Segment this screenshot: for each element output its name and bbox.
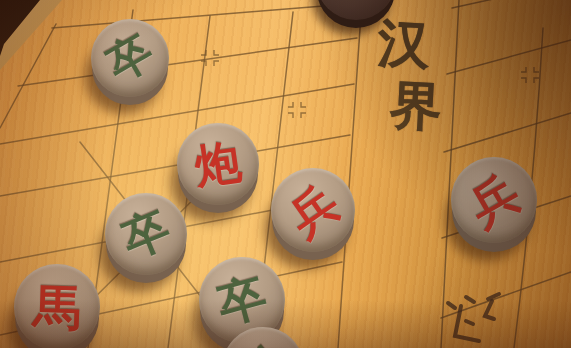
piece-character: 馬 (32, 282, 82, 332)
piece-face: 兵 (271, 168, 355, 252)
piece-character: 兵 (461, 167, 527, 233)
piece-face: 卒 (105, 193, 187, 275)
piece-red-cannon[interactable]: 炮 (177, 123, 259, 205)
piece-character: 卒 (116, 204, 176, 264)
piece-red-soldier[interactable]: 兵 (451, 157, 537, 243)
piece-unknown-dark[interactable] (316, 0, 396, 20)
piece-character: 卒 (213, 271, 272, 330)
piece-face: 兵 (451, 157, 537, 243)
piece-character: 兵 (280, 177, 345, 242)
piece-red-soldier[interactable]: 兵 (271, 168, 355, 252)
piece-character: 卒 (100, 28, 160, 88)
photo-inner: 汉 界 卒 炮 卒 兵 卒 兵 馬 (0, 0, 571, 348)
piece-face: 馬 (14, 264, 100, 348)
pieces-layer: 卒 炮 卒 兵 卒 兵 馬 (0, 0, 571, 348)
piece-red-horse[interactable]: 馬 (14, 264, 100, 348)
xiangqi-board-photo: 汉 界 卒 炮 卒 兵 卒 兵 馬 (0, 0, 571, 348)
piece-face: 炮 (177, 123, 259, 205)
piece-black-soldier[interactable]: 卒 (105, 193, 187, 275)
piece-face: 卒 (91, 19, 169, 97)
piece-character: 炮 (192, 138, 244, 190)
piece-black-soldier[interactable]: 卒 (91, 19, 169, 97)
